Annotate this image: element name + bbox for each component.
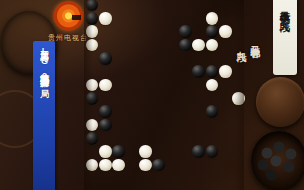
white-stone[interactable]: [99, 79, 112, 92]
name-plate-ma: 马晓春 九段: [245, 3, 262, 75]
white-stone[interactable]: [86, 25, 99, 38]
white-stone[interactable]: [99, 12, 112, 25]
black-stone[interactable]: [86, 0, 99, 11]
white-stone[interactable]: [206, 79, 219, 92]
event-banner: 第三届LG杯世界棋王赛决赛第2局: [33, 41, 55, 190]
white-stone[interactable]: [99, 159, 112, 172]
white-stone[interactable]: [206, 39, 219, 52]
white-stone[interactable]: [99, 145, 112, 158]
player-ma-name: 马晓春: [248, 38, 262, 41]
black-stone[interactable]: [192, 65, 205, 78]
black-stone[interactable]: [86, 12, 99, 25]
black-stone[interactable]: [192, 145, 205, 158]
black-stone[interactable]: [152, 159, 165, 172]
white-stone[interactable]: [219, 25, 232, 38]
black-stone[interactable]: [179, 25, 192, 38]
white-stone[interactable]: [86, 39, 99, 52]
white-stone[interactable]: [139, 159, 152, 172]
bowl-lid: [256, 77, 304, 127]
white-stone[interactable]: [232, 92, 245, 105]
white-stone[interactable]: [86, 159, 99, 172]
black-stone[interactable]: [206, 25, 219, 38]
black-stone[interactable]: [86, 92, 99, 105]
white-stone[interactable]: [192, 39, 205, 52]
black-stone[interactable]: [206, 145, 219, 158]
black-stone[interactable]: [112, 145, 125, 158]
white-stone[interactable]: [86, 79, 99, 92]
player-ma-rank: 九段: [234, 43, 248, 45]
station-logo-icon: [53, 1, 84, 32]
black-stone[interactable]: [99, 105, 112, 118]
white-stone[interactable]: [139, 145, 152, 158]
white-stone[interactable]: [112, 159, 125, 172]
white-stone[interactable]: [86, 119, 99, 132]
black-stone[interactable]: [206, 65, 219, 78]
white-stone[interactable]: [206, 12, 219, 25]
black-stone[interactable]: [99, 52, 112, 65]
black-stone-bowl: [251, 131, 304, 190]
black-stone[interactable]: [86, 132, 99, 145]
black-stone[interactable]: [99, 119, 112, 132]
player-lee-rank: 九段: [280, 12, 291, 14]
black-stone[interactable]: [206, 105, 219, 118]
broadcast-screen: 贵州电视台 第三届LG杯世界棋王赛决赛第2局 马晓春 九段 李昌镐 九段: [0, 0, 304, 190]
go-board[interactable]: [84, 0, 244, 190]
white-stone[interactable]: [219, 65, 232, 78]
player-lee-name: 李昌镐: [280, 2, 291, 5]
black-stone[interactable]: [179, 39, 192, 52]
name-plate-lee: 李昌镐 九段: [273, 0, 297, 75]
